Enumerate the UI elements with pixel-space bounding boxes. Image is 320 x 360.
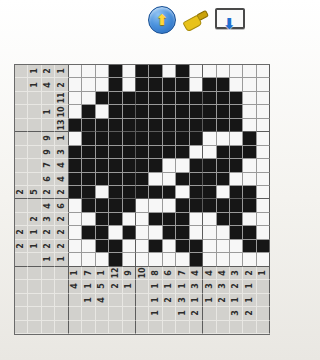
grid-cell[interactable] (176, 159, 189, 172)
row-clue-cell (15, 119, 28, 132)
clue-number: 6 (44, 176, 52, 182)
clue-number: 1 (152, 310, 160, 316)
grid-cell[interactable] (96, 159, 109, 172)
clue-number: 2 (17, 243, 25, 249)
grid-cell[interactable] (82, 78, 95, 91)
grid-cell[interactable] (217, 119, 230, 132)
grid-cell[interactable] (203, 78, 216, 91)
row-clue-cell (15, 173, 28, 186)
grid-cell[interactable] (149, 65, 162, 78)
grid-cell[interactable] (230, 105, 243, 118)
grid-cell[interactable] (176, 226, 189, 239)
grid-cell[interactable] (243, 119, 256, 132)
grid-cell[interactable] (257, 213, 270, 226)
grid-cell[interactable] (190, 78, 203, 91)
row-clue-cell (15, 253, 28, 266)
grid-cell[interactable] (257, 119, 270, 132)
grid-cell[interactable] (230, 132, 243, 145)
grid-cell[interactable] (96, 226, 109, 239)
grid-cell[interactable] (257, 226, 270, 239)
grid-cell[interactable] (230, 173, 243, 186)
grid-cell[interactable] (217, 226, 230, 239)
row-clue-cell (28, 119, 41, 132)
grid-cell[interactable] (136, 213, 149, 226)
clue-number: 2 (31, 216, 39, 222)
grid-cell[interactable] (82, 105, 95, 118)
grid-cell[interactable] (163, 78, 176, 91)
grid-cell[interactable] (69, 226, 82, 239)
grid-cell[interactable] (203, 240, 216, 253)
grid-cell[interactable] (96, 253, 109, 266)
grid-cell[interactable] (82, 92, 95, 105)
grid-cell[interactable] (96, 213, 109, 226)
grid-cell[interactable] (190, 186, 203, 199)
grid-cell[interactable] (257, 146, 270, 159)
grid-cell[interactable] (149, 240, 162, 253)
grid-cell[interactable] (176, 186, 189, 199)
grid-cell[interactable] (69, 78, 82, 91)
grid-cell[interactable] (203, 105, 216, 118)
grid-cell[interactable] (190, 65, 203, 78)
grid-cell[interactable] (69, 213, 82, 226)
brush-icon[interactable] (182, 7, 208, 33)
grid-cell[interactable] (136, 240, 149, 253)
grid-cell[interactable] (190, 132, 203, 145)
clue-number: 4 (205, 270, 213, 276)
clue-number: 5 (98, 284, 106, 290)
grid-cell[interactable] (217, 159, 230, 172)
grid-cell[interactable] (69, 119, 82, 132)
clue-number: 3 (44, 216, 52, 222)
grid-cell[interactable] (149, 92, 162, 105)
row-clue-cell: 5 (28, 186, 41, 199)
col-clue-cell: 3 (217, 280, 230, 293)
col-clue-cell: 10 (136, 267, 149, 280)
grid-cell[interactable] (203, 159, 216, 172)
grid-cell[interactable] (243, 253, 256, 266)
col-clue-cell: 1 (149, 294, 162, 307)
grid-cell[interactable] (176, 173, 189, 186)
grid-cell[interactable] (149, 146, 162, 159)
grid-cell[interactable] (69, 146, 82, 159)
grid-cell[interactable] (163, 186, 176, 199)
grid-cell[interactable] (123, 132, 136, 145)
grid-cell[interactable] (109, 253, 122, 266)
grid-cell[interactable] (82, 65, 95, 78)
grid-cell[interactable] (190, 199, 203, 212)
grid-cell[interactable] (149, 186, 162, 199)
grid-cell[interactable] (257, 186, 270, 199)
grid-cell[interactable] (190, 226, 203, 239)
grid-cell[interactable] (163, 240, 176, 253)
col-clue-cell: 2 (109, 280, 122, 293)
grid-cell[interactable] (163, 253, 176, 266)
grid-cell[interactable] (149, 78, 162, 91)
grid-cell[interactable] (163, 92, 176, 105)
grid-cell[interactable] (123, 199, 136, 212)
grid-cell[interactable] (190, 105, 203, 118)
row-clue-cell (15, 213, 28, 226)
clue-number: 10 (138, 267, 146, 278)
col-clue-cell: 1 (123, 280, 136, 293)
grid-cell[interactable] (257, 173, 270, 186)
col-clue-cell (82, 321, 95, 334)
grid-cell[interactable] (257, 78, 270, 91)
grid-cell[interactable] (136, 92, 149, 105)
grid-cell[interactable] (123, 146, 136, 159)
corner-cell (28, 267, 41, 280)
clue-number: 11 (58, 93, 66, 104)
grid-cell[interactable] (230, 78, 243, 91)
clue-number: 4 (58, 162, 66, 168)
grid-cell[interactable] (243, 146, 256, 159)
grid-cell[interactable] (69, 253, 82, 266)
grid-cell[interactable] (243, 65, 256, 78)
grid-cell[interactable] (96, 132, 109, 145)
grid-cell[interactable] (82, 159, 95, 172)
grid-cell[interactable] (123, 253, 136, 266)
grid-cell[interactable] (217, 132, 230, 145)
grid-cell[interactable] (123, 226, 136, 239)
grid-cell[interactable] (82, 240, 95, 253)
col-clue-cell (257, 280, 270, 293)
col-clue-cell: 4 (69, 280, 82, 293)
clue-number: 1 (31, 68, 39, 74)
grid-cell[interactable] (217, 186, 230, 199)
clue-number: 1 (192, 297, 200, 303)
grid-cell[interactable] (203, 253, 216, 266)
corner-cell (42, 294, 55, 307)
grid-cell[interactable] (69, 240, 82, 253)
puzzle-grid[interactable] (69, 65, 270, 267)
corner-cell (55, 321, 68, 334)
clue-number: 2 (58, 189, 66, 195)
grid-cell[interactable] (163, 173, 176, 186)
grid-cell[interactable] (109, 213, 122, 226)
grid-cell[interactable] (123, 159, 136, 172)
grid-cell[interactable] (82, 173, 95, 186)
grid-cell[interactable] (176, 65, 189, 78)
col-clue-cell: 1 (176, 307, 189, 320)
upload-icon[interactable]: ⬆ (148, 6, 176, 34)
grid-cell[interactable] (136, 78, 149, 91)
grid-cell[interactable] (176, 119, 189, 132)
grid-cell[interactable] (136, 226, 149, 239)
grid-cell[interactable] (69, 65, 82, 78)
grid-cell[interactable] (149, 199, 162, 212)
grid-cell[interactable] (96, 199, 109, 212)
grid-cell[interactable] (69, 159, 82, 172)
grid-cell[interactable] (96, 186, 109, 199)
col-clue-cell: 1 (82, 280, 95, 293)
clue-number: 1 (232, 297, 240, 303)
grid-cell[interactable] (230, 119, 243, 132)
col-clue-cell (69, 307, 82, 320)
row-clue-cell: 10 (55, 105, 68, 118)
grid-cell[interactable] (69, 92, 82, 105)
clue-number: 2 (44, 189, 52, 195)
grid-cell[interactable] (230, 92, 243, 105)
grid-cell[interactable] (163, 132, 176, 145)
grid-cell[interactable] (149, 213, 162, 226)
grid-cell[interactable] (217, 65, 230, 78)
grid-cell[interactable] (190, 173, 203, 186)
grid-cell[interactable] (163, 119, 176, 132)
grid-cell[interactable] (96, 65, 109, 78)
grid-cell[interactable] (69, 105, 82, 118)
grid-cell[interactable] (230, 253, 243, 266)
grid-cell[interactable] (69, 186, 82, 199)
grid-cell[interactable] (123, 65, 136, 78)
grid-cell[interactable] (136, 173, 149, 186)
clue-number: 2 (44, 230, 52, 236)
grid-cell[interactable] (203, 173, 216, 186)
grid-cell[interactable] (96, 173, 109, 186)
grid-cell[interactable] (243, 105, 256, 118)
clue-number: 1 (31, 82, 39, 88)
grid-cell[interactable] (257, 199, 270, 212)
grid-cell[interactable] (109, 226, 122, 239)
grid-cell[interactable] (203, 186, 216, 199)
grid-cell[interactable] (217, 173, 230, 186)
grid-cell[interactable] (257, 92, 270, 105)
grid-cell[interactable] (217, 146, 230, 159)
grid-cell[interactable] (243, 78, 256, 91)
grid-cell[interactable] (123, 105, 136, 118)
clue-number: 2 (165, 297, 173, 303)
grid-cell[interactable] (82, 119, 95, 132)
grid-cell[interactable] (82, 213, 95, 226)
grid-cell[interactable] (82, 132, 95, 145)
grid-cell[interactable] (203, 199, 216, 212)
grid-cell[interactable] (149, 132, 162, 145)
grid-cell[interactable] (243, 240, 256, 253)
grid-cell[interactable] (230, 65, 243, 78)
grid-cell[interactable] (190, 92, 203, 105)
grid-cell[interactable] (176, 105, 189, 118)
grid-cell[interactable] (230, 159, 243, 172)
clue-number: 1 (58, 68, 66, 74)
grid-cell[interactable] (230, 146, 243, 159)
grid-cell[interactable] (243, 213, 256, 226)
grid-cell[interactable] (203, 213, 216, 226)
col-clue-cell: 4 (190, 267, 203, 280)
grid-cell[interactable] (123, 92, 136, 105)
grid-cell[interactable] (176, 213, 189, 226)
grid-cell[interactable] (109, 105, 122, 118)
grid-cell[interactable] (190, 240, 203, 253)
clue-number: 1 (58, 136, 66, 142)
grid-cell[interactable] (217, 240, 230, 253)
grid-cell[interactable] (82, 226, 95, 239)
row-clue-cell (28, 159, 41, 172)
grid-cell[interactable] (149, 105, 162, 118)
grid-cell[interactable] (243, 92, 256, 105)
col-clue-cell (203, 307, 216, 320)
grid-cell[interactable] (123, 240, 136, 253)
grid-cell[interactable] (82, 146, 95, 159)
grid-cell[interactable] (176, 240, 189, 253)
col-clue-cell: 3 (176, 294, 189, 307)
grid-cell[interactable] (163, 105, 176, 118)
row-clue-cell: 3 (42, 213, 55, 226)
grid-cell[interactable] (123, 119, 136, 132)
grid-cell[interactable] (243, 132, 256, 145)
col-clue-cell (123, 321, 136, 334)
grid-cell[interactable] (136, 199, 149, 212)
col-clue-cell (136, 307, 149, 320)
grid-cell[interactable] (123, 78, 136, 91)
col-clue-cell: 7 (176, 267, 189, 280)
grid-cell[interactable] (123, 213, 136, 226)
grid-cell[interactable] (82, 186, 95, 199)
grid-cell[interactable] (96, 240, 109, 253)
grid-cell[interactable] (69, 173, 82, 186)
clue-number: 7 (84, 270, 92, 276)
grid-cell[interactable] (243, 186, 256, 199)
grid-cell[interactable] (217, 199, 230, 212)
clue-number: 2 (111, 284, 119, 290)
grid-cell[interactable] (149, 226, 162, 239)
grid-cell[interactable] (176, 92, 189, 105)
clue-number: 5 (31, 189, 39, 195)
grid-cell[interactable] (136, 105, 149, 118)
grid-cell[interactable] (96, 146, 109, 159)
grid-cell[interactable] (203, 146, 216, 159)
grid-cell[interactable] (217, 78, 230, 91)
grid-cell[interactable] (243, 199, 256, 212)
grid-cell[interactable] (230, 213, 243, 226)
grid-cell[interactable] (109, 78, 122, 91)
grid-cell[interactable] (136, 159, 149, 172)
row-clue-cell: 2 (15, 226, 28, 239)
col-clue-cell (190, 321, 203, 334)
col-clue-cell: 4 (96, 294, 109, 307)
grid-cell[interactable] (96, 92, 109, 105)
grid-cell[interactable] (176, 132, 189, 145)
col-clue-cell (136, 280, 149, 293)
grid-cell[interactable] (257, 159, 270, 172)
grid-cell[interactable] (136, 186, 149, 199)
grid-cell[interactable] (149, 159, 162, 172)
grid-cell[interactable] (230, 226, 243, 239)
grid-cell[interactable] (257, 65, 270, 78)
grid-cell[interactable] (82, 253, 95, 266)
grid-cell[interactable] (109, 199, 122, 212)
row-clue-cell (15, 146, 28, 159)
clue-number: 9 (44, 136, 52, 142)
grid-cell[interactable] (203, 132, 216, 145)
row-clue-cell: 1 (55, 253, 68, 266)
grid-cell[interactable] (82, 199, 95, 212)
grid-cell[interactable] (109, 65, 122, 78)
grid-cell[interactable] (257, 253, 270, 266)
grid-cell[interactable] (149, 253, 162, 266)
grid-cell[interactable] (257, 240, 270, 253)
grid-cell[interactable] (136, 253, 149, 266)
grid-cell[interactable] (176, 253, 189, 266)
grid-cell[interactable] (163, 213, 176, 226)
grid-cell[interactable] (109, 119, 122, 132)
grid-cell[interactable] (230, 199, 243, 212)
grid-cell[interactable] (109, 92, 122, 105)
grid-cell[interactable] (190, 146, 203, 159)
grid-cell[interactable] (217, 253, 230, 266)
grid-cell[interactable] (109, 146, 122, 159)
grid-cell[interactable] (203, 119, 216, 132)
grid-cell[interactable] (149, 119, 162, 132)
grid-cell[interactable] (230, 240, 243, 253)
grid-cell[interactable] (96, 105, 109, 118)
col-clue-cell: 3 (203, 280, 216, 293)
grid-cell[interactable] (230, 186, 243, 199)
grid-cell[interactable] (190, 159, 203, 172)
grid-cell[interactable] (203, 226, 216, 239)
grid-cell[interactable] (96, 78, 109, 91)
grid-cell[interactable] (109, 240, 122, 253)
grid-cell[interactable] (136, 119, 149, 132)
col-clue-cell: 4 (217, 267, 230, 280)
grid-cell[interactable] (217, 92, 230, 105)
row-clue-cell: 4 (55, 159, 68, 172)
grid-cell[interactable] (136, 65, 149, 78)
grid-cell[interactable] (136, 146, 149, 159)
grid-cell[interactable] (257, 132, 270, 145)
row-clue-cell: 6 (42, 173, 55, 186)
grid-cell[interactable] (136, 132, 149, 145)
grid-cell[interactable] (109, 159, 122, 172)
clue-corner (15, 267, 69, 334)
grid-cell[interactable] (217, 213, 230, 226)
grid-cell[interactable] (163, 159, 176, 172)
grid-cell[interactable] (109, 173, 122, 186)
grid-cell[interactable] (96, 119, 109, 132)
grid-cell[interactable] (163, 65, 176, 78)
grid-cell[interactable] (190, 119, 203, 132)
grid-cell[interactable] (163, 199, 176, 212)
grid-cell[interactable] (69, 132, 82, 145)
grid-cell[interactable] (176, 78, 189, 91)
clue-number: 2 (246, 270, 254, 276)
grid-cell[interactable] (243, 173, 256, 186)
grid-cell[interactable] (176, 199, 189, 212)
grid-cell[interactable] (123, 186, 136, 199)
clue-number: 4 (98, 297, 106, 303)
grid-cell[interactable] (257, 105, 270, 118)
grid-cell[interactable] (109, 186, 122, 199)
grid-cell[interactable] (203, 92, 216, 105)
grid-cell[interactable] (203, 65, 216, 78)
grid-cell[interactable] (163, 226, 176, 239)
col-clue-cell (109, 321, 122, 334)
grid-cell[interactable] (190, 253, 203, 266)
col-clue-cell: 6 (163, 267, 176, 280)
col-clue-cell (82, 307, 95, 320)
grid-cell[interactable] (243, 159, 256, 172)
grid-cell[interactable] (69, 199, 82, 212)
grid-cell[interactable] (176, 146, 189, 159)
grid-cell[interactable] (149, 173, 162, 186)
grid-cell[interactable] (123, 173, 136, 186)
grid-cell[interactable] (217, 105, 230, 118)
row-clue-cell: 6 (55, 199, 68, 212)
clue-number: 1 (84, 297, 92, 303)
screen-download-icon[interactable]: ⬇ (214, 7, 244, 33)
grid-cell[interactable] (190, 213, 203, 226)
grid-cell[interactable] (243, 226, 256, 239)
grid-cell[interactable] (163, 146, 176, 159)
grid-cell[interactable] (109, 132, 122, 145)
